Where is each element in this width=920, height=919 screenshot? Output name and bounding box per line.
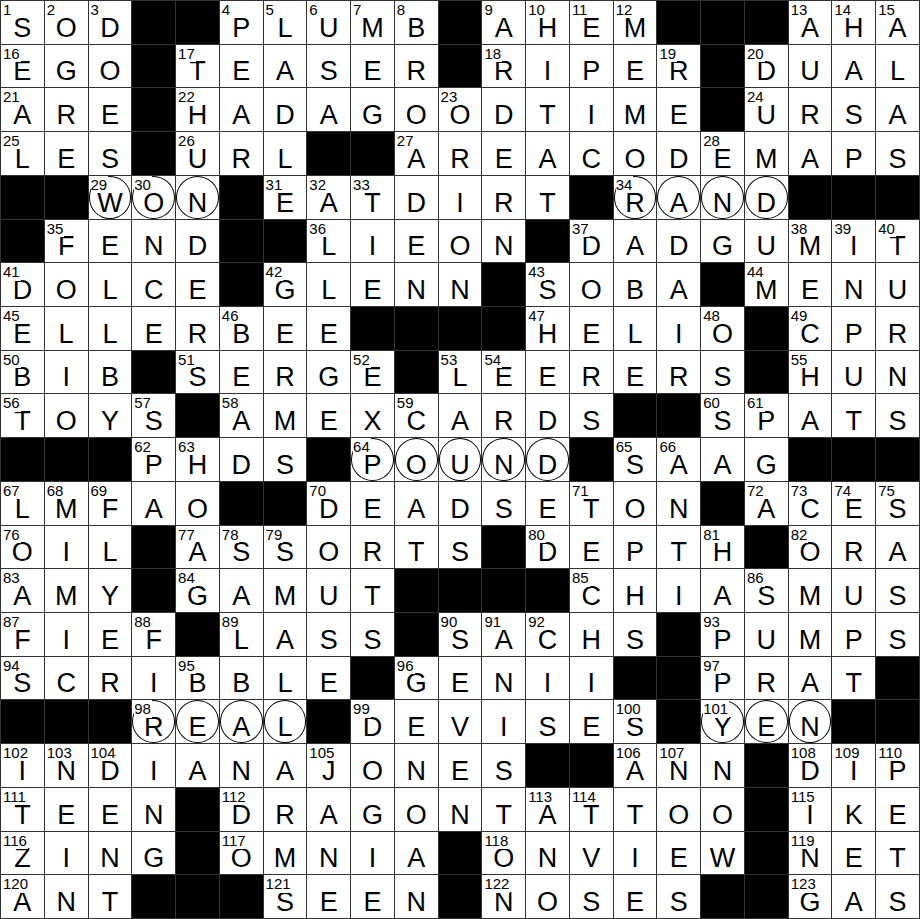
cell-r2c2[interactable]: G bbox=[45, 45, 88, 88]
cell-r10c4[interactable]: 57S bbox=[132, 394, 175, 437]
cell-r9c16[interactable]: R bbox=[657, 351, 700, 394]
cell-r3c1[interactable]: 21A bbox=[1, 88, 44, 131]
cell-r9c5[interactable]: 51S bbox=[176, 351, 219, 394]
cell-r19c1[interactable]: 111T bbox=[1, 788, 44, 831]
cell-r14c15[interactable]: H bbox=[614, 569, 657, 612]
cell-r21c10[interactable]: N bbox=[395, 875, 438, 918]
cell-r10c9[interactable]: X bbox=[351, 394, 394, 437]
cell-r21c13[interactable]: O bbox=[526, 875, 569, 918]
cell-r5c5[interactable]: N bbox=[176, 176, 219, 219]
cell-r20c15[interactable]: I bbox=[614, 832, 657, 875]
cell-r3c9[interactable]: G bbox=[351, 88, 394, 131]
cell-r16c14[interactable]: I bbox=[570, 657, 613, 700]
cell-r3c6[interactable]: A bbox=[220, 88, 263, 131]
cell-r13c19[interactable]: 82O bbox=[789, 526, 832, 569]
cell-r7c21[interactable]: U bbox=[876, 263, 919, 306]
cell-r4c16[interactable]: D bbox=[657, 132, 700, 175]
cell-r8c13[interactable]: 47H bbox=[526, 307, 569, 350]
cell-r13c2[interactable]: I bbox=[45, 526, 88, 569]
cell-r1c10[interactable]: 8B bbox=[395, 1, 438, 44]
cell-r16c2[interactable]: C bbox=[45, 657, 88, 700]
cell-r3c18[interactable]: 24U bbox=[745, 88, 788, 131]
cell-r17c10[interactable]: E bbox=[395, 700, 438, 743]
cell-r7c18[interactable]: 44M bbox=[745, 263, 788, 306]
cell-r19c9[interactable]: G bbox=[351, 788, 394, 831]
cell-r4c7[interactable]: L bbox=[264, 132, 307, 175]
cell-r2c21[interactable]: L bbox=[876, 45, 919, 88]
cell-r1c3[interactable]: 3D bbox=[89, 1, 132, 44]
cell-r12c11[interactable]: D bbox=[439, 482, 482, 525]
cell-r9c7[interactable]: R bbox=[264, 351, 307, 394]
cell-r7c11[interactable]: N bbox=[439, 263, 482, 306]
cell-r6c21[interactable]: 40T bbox=[876, 220, 919, 263]
cell-r5c4[interactable]: 30O bbox=[132, 176, 175, 219]
cell-r19c6[interactable]: 112D bbox=[220, 788, 263, 831]
cell-r13c20[interactable]: R bbox=[832, 526, 875, 569]
cell-r1c14[interactable]: 11E bbox=[570, 1, 613, 44]
cell-r7c9[interactable]: E bbox=[351, 263, 394, 306]
cell-r1c21[interactable]: 15A bbox=[876, 1, 919, 44]
cell-r2c13[interactable]: I bbox=[526, 45, 569, 88]
cell-r15c1[interactable]: 87F bbox=[1, 613, 44, 656]
cell-r7c13[interactable]: 43S bbox=[526, 263, 569, 306]
cell-r12c16[interactable]: N bbox=[657, 482, 700, 525]
cell-r18c21[interactable]: 110P bbox=[876, 744, 919, 787]
cell-r12c12[interactable]: S bbox=[482, 482, 525, 525]
cell-r7c16[interactable]: A bbox=[657, 263, 700, 306]
cell-r9c19[interactable]: 55H bbox=[789, 351, 832, 394]
cell-r15c18[interactable]: U bbox=[745, 613, 788, 656]
cell-r17c6[interactable]: A bbox=[220, 700, 263, 743]
cell-r15c8[interactable]: S bbox=[307, 613, 350, 656]
cell-r19c15[interactable]: T bbox=[614, 788, 657, 831]
cell-r10c11[interactable]: A bbox=[439, 394, 482, 437]
cell-r1c2[interactable]: 2O bbox=[45, 1, 88, 44]
cell-r13c6[interactable]: 78S bbox=[220, 526, 263, 569]
cell-r20c4[interactable]: G bbox=[132, 832, 175, 875]
cell-r13c7[interactable]: 79S bbox=[264, 526, 307, 569]
cell-r10c1[interactable]: 56T bbox=[1, 394, 44, 437]
cell-r10c10[interactable]: 59C bbox=[395, 394, 438, 437]
cell-r5c7[interactable]: 31E bbox=[264, 176, 307, 219]
cell-r3c10[interactable]: O bbox=[395, 88, 438, 131]
cell-r9c9[interactable]: 52E bbox=[351, 351, 394, 394]
cell-r13c8[interactable]: O bbox=[307, 526, 350, 569]
cell-r13c13[interactable]: 80D bbox=[526, 526, 569, 569]
cell-r8c19[interactable]: 49C bbox=[789, 307, 832, 350]
cell-r15c3[interactable]: E bbox=[89, 613, 132, 656]
cell-r14c8[interactable]: U bbox=[307, 569, 350, 612]
cell-r19c10[interactable]: O bbox=[395, 788, 438, 831]
cell-r21c3[interactable]: T bbox=[89, 875, 132, 918]
cell-r15c17[interactable]: 93P bbox=[701, 613, 744, 656]
cell-r2c9[interactable]: E bbox=[351, 45, 394, 88]
cell-r10c17[interactable]: 60S bbox=[701, 394, 744, 437]
cell-r12c15[interactable]: O bbox=[614, 482, 657, 525]
cell-r13c10[interactable]: T bbox=[395, 526, 438, 569]
cell-r15c4[interactable]: 88F bbox=[132, 613, 175, 656]
cell-r13c16[interactable]: T bbox=[657, 526, 700, 569]
cell-r20c20[interactable]: E bbox=[832, 832, 875, 875]
cell-r20c21[interactable]: T bbox=[876, 832, 919, 875]
cell-r12c1[interactable]: 67L bbox=[1, 482, 44, 525]
cell-r4c17[interactable]: 28E bbox=[701, 132, 744, 175]
cell-r9c15[interactable]: E bbox=[614, 351, 657, 394]
cell-r10c19[interactable]: A bbox=[789, 394, 832, 437]
cell-r6c10[interactable]: E bbox=[395, 220, 438, 263]
cell-r7c2[interactable]: O bbox=[45, 263, 88, 306]
cell-r2c10[interactable]: R bbox=[395, 45, 438, 88]
cell-r13c14[interactable]: E bbox=[570, 526, 613, 569]
cell-r5c8[interactable]: 32A bbox=[307, 176, 350, 219]
cell-r1c20[interactable]: 14H bbox=[832, 1, 875, 44]
cell-r20c10[interactable]: A bbox=[395, 832, 438, 875]
cell-r15c6[interactable]: 89L bbox=[220, 613, 263, 656]
cell-r7c15[interactable]: B bbox=[614, 263, 657, 306]
cell-r9c12[interactable]: 54E bbox=[482, 351, 525, 394]
cell-r6c9[interactable]: I bbox=[351, 220, 394, 263]
cell-r20c13[interactable]: N bbox=[526, 832, 569, 875]
cell-r4c10[interactable]: 27A bbox=[395, 132, 438, 175]
cell-r4c14[interactable]: C bbox=[570, 132, 613, 175]
cell-r17c4[interactable]: 98R bbox=[132, 700, 175, 743]
cell-r1c19[interactable]: 13A bbox=[789, 1, 832, 44]
cell-r20c7[interactable]: M bbox=[264, 832, 307, 875]
cell-r9c8[interactable]: G bbox=[307, 351, 350, 394]
cell-r7c8[interactable]: L bbox=[307, 263, 350, 306]
cell-r5c12[interactable]: R bbox=[482, 176, 525, 219]
cell-r3c11[interactable]: 23O bbox=[439, 88, 482, 131]
cell-r15c12[interactable]: 91A bbox=[482, 613, 525, 656]
cell-r16c6[interactable]: B bbox=[220, 657, 263, 700]
cell-r16c5[interactable]: 95B bbox=[176, 657, 219, 700]
cell-r4c13[interactable]: A bbox=[526, 132, 569, 175]
cell-r13c15[interactable]: P bbox=[614, 526, 657, 569]
cell-r13c11[interactable]: S bbox=[439, 526, 482, 569]
cell-r7c5[interactable]: E bbox=[176, 263, 219, 306]
cell-r14c3[interactable]: Y bbox=[89, 569, 132, 612]
cell-r18c8[interactable]: 105J bbox=[307, 744, 350, 787]
cell-r11c11[interactable]: U bbox=[439, 438, 482, 481]
cell-r11c17[interactable]: A bbox=[701, 438, 744, 481]
cell-r19c7[interactable]: R bbox=[264, 788, 307, 831]
cell-r11c13[interactable]: D bbox=[526, 438, 569, 481]
cell-r14c16[interactable]: I bbox=[657, 569, 700, 612]
cell-r8c17[interactable]: 48O bbox=[701, 307, 744, 350]
cell-r14c7[interactable]: M bbox=[264, 569, 307, 612]
cell-r4c20[interactable]: P bbox=[832, 132, 875, 175]
cell-r20c1[interactable]: 116Z bbox=[1, 832, 44, 875]
cell-r4c2[interactable]: E bbox=[45, 132, 88, 175]
cell-r1c15[interactable]: 12M bbox=[614, 1, 657, 44]
cell-r15c21[interactable]: S bbox=[876, 613, 919, 656]
cell-r10c6[interactable]: 58A bbox=[220, 394, 263, 437]
cell-r5c15[interactable]: 34R bbox=[614, 176, 657, 219]
cell-r1c1[interactable]: 1S bbox=[1, 1, 44, 44]
cell-r1c13[interactable]: 10H bbox=[526, 1, 569, 44]
cell-r13c5[interactable]: 77A bbox=[176, 526, 219, 569]
cell-r3c13[interactable]: T bbox=[526, 88, 569, 131]
cell-r3c12[interactable]: D bbox=[482, 88, 525, 131]
cell-r12c5[interactable]: O bbox=[176, 482, 219, 525]
cell-r17c13[interactable]: S bbox=[526, 700, 569, 743]
cell-r21c12[interactable]: 122N bbox=[482, 875, 525, 918]
cell-r8c3[interactable]: L bbox=[89, 307, 132, 350]
cell-r13c3[interactable]: L bbox=[89, 526, 132, 569]
cell-r19c3[interactable]: E bbox=[89, 788, 132, 831]
cell-r17c5[interactable]: E bbox=[176, 700, 219, 743]
cell-r3c16[interactable]: E bbox=[657, 88, 700, 131]
cell-r3c14[interactable]: I bbox=[570, 88, 613, 131]
cell-r8c5[interactable]: R bbox=[176, 307, 219, 350]
cell-r6c3[interactable]: E bbox=[89, 220, 132, 263]
cell-r8c14[interactable]: E bbox=[570, 307, 613, 350]
cell-r13c1[interactable]: 76O bbox=[1, 526, 44, 569]
cell-r19c14[interactable]: 114T bbox=[570, 788, 613, 831]
cell-r10c2[interactable]: O bbox=[45, 394, 88, 437]
cell-r12c13[interactable]: E bbox=[526, 482, 569, 525]
cell-r16c19[interactable]: A bbox=[789, 657, 832, 700]
cell-r13c9[interactable]: R bbox=[351, 526, 394, 569]
cell-r9c21[interactable]: N bbox=[876, 351, 919, 394]
cell-r16c7[interactable]: L bbox=[264, 657, 307, 700]
cell-r10c18[interactable]: 61P bbox=[745, 394, 788, 437]
cell-r17c18[interactable]: E bbox=[745, 700, 788, 743]
cell-r18c6[interactable]: N bbox=[220, 744, 263, 787]
cell-r4c19[interactable]: A bbox=[789, 132, 832, 175]
cell-r15c14[interactable]: H bbox=[570, 613, 613, 656]
cell-r8c8[interactable]: E bbox=[307, 307, 350, 350]
cell-r21c7[interactable]: 121S bbox=[264, 875, 307, 918]
cell-r19c13[interactable]: 113A bbox=[526, 788, 569, 831]
cell-r16c3[interactable]: R bbox=[89, 657, 132, 700]
cell-r9c2[interactable]: I bbox=[45, 351, 88, 394]
cell-r21c21[interactable]: S bbox=[876, 875, 919, 918]
cell-r21c15[interactable]: E bbox=[614, 875, 657, 918]
cell-r4c6[interactable]: R bbox=[220, 132, 263, 175]
cell-r8c6[interactable]: 46B bbox=[220, 307, 263, 350]
cell-r4c21[interactable]: S bbox=[876, 132, 919, 175]
cell-r2c15[interactable]: E bbox=[614, 45, 657, 88]
cell-r11c18[interactable]: G bbox=[745, 438, 788, 481]
cell-r15c13[interactable]: 92C bbox=[526, 613, 569, 656]
cell-r5c13[interactable]: T bbox=[526, 176, 569, 219]
cell-r1c7[interactable]: 5L bbox=[264, 1, 307, 44]
cell-r2c20[interactable]: A bbox=[832, 45, 875, 88]
cell-r6c12[interactable]: N bbox=[482, 220, 525, 263]
cell-r14c1[interactable]: 83A bbox=[1, 569, 44, 612]
cell-r3c19[interactable]: R bbox=[789, 88, 832, 131]
cell-r12c3[interactable]: 69F bbox=[89, 482, 132, 525]
cell-r18c5[interactable]: A bbox=[176, 744, 219, 787]
cell-r5c17[interactable]: N bbox=[701, 176, 744, 219]
cell-r12c4[interactable]: A bbox=[132, 482, 175, 525]
cell-r11c6[interactable]: D bbox=[220, 438, 263, 481]
cell-r5c18[interactable]: D bbox=[745, 176, 788, 219]
cell-r8c7[interactable]: E bbox=[264, 307, 307, 350]
cell-r15c11[interactable]: 90S bbox=[439, 613, 482, 656]
cell-r7c14[interactable]: O bbox=[570, 263, 613, 306]
cell-r2c14[interactable]: P bbox=[570, 45, 613, 88]
cell-r20c9[interactable]: I bbox=[351, 832, 394, 875]
cell-r6c18[interactable]: U bbox=[745, 220, 788, 263]
cell-r8c1[interactable]: 45E bbox=[1, 307, 44, 350]
cell-r18c2[interactable]: 103N bbox=[45, 744, 88, 787]
cell-r20c12[interactable]: 118O bbox=[482, 832, 525, 875]
cell-r12c9[interactable]: E bbox=[351, 482, 394, 525]
cell-r21c1[interactable]: 120A bbox=[1, 875, 44, 918]
cell-r12c14[interactable]: 71T bbox=[570, 482, 613, 525]
cell-r12c19[interactable]: 73C bbox=[789, 482, 832, 525]
cell-r6c16[interactable]: D bbox=[657, 220, 700, 263]
cell-r18c20[interactable]: 109I bbox=[832, 744, 875, 787]
cell-r5c9[interactable]: 33T bbox=[351, 176, 394, 219]
cell-r20c2[interactable]: I bbox=[45, 832, 88, 875]
cell-r3c15[interactable]: M bbox=[614, 88, 657, 131]
cell-r4c15[interactable]: O bbox=[614, 132, 657, 175]
cell-r19c21[interactable]: E bbox=[876, 788, 919, 831]
cell-r5c11[interactable]: I bbox=[439, 176, 482, 219]
cell-r21c2[interactable]: N bbox=[45, 875, 88, 918]
cell-r3c21[interactable]: A bbox=[876, 88, 919, 131]
cell-r12c20[interactable]: 74E bbox=[832, 482, 875, 525]
cell-r5c16[interactable]: A bbox=[657, 176, 700, 219]
cell-r6c8[interactable]: 36L bbox=[307, 220, 350, 263]
cell-r6c5[interactable]: D bbox=[176, 220, 219, 263]
cell-r15c7[interactable]: A bbox=[264, 613, 307, 656]
cell-r8c20[interactable]: P bbox=[832, 307, 875, 350]
cell-r6c20[interactable]: 39I bbox=[832, 220, 875, 263]
cell-r20c14[interactable]: V bbox=[570, 832, 613, 875]
cell-r11c15[interactable]: 65S bbox=[614, 438, 657, 481]
cell-r14c18[interactable]: 86S bbox=[745, 569, 788, 612]
cell-r4c12[interactable]: E bbox=[482, 132, 525, 175]
cell-r2c7[interactable]: A bbox=[264, 45, 307, 88]
cell-r19c8[interactable]: A bbox=[307, 788, 350, 831]
cell-r16c18[interactable]: R bbox=[745, 657, 788, 700]
cell-r9c1[interactable]: 50B bbox=[1, 351, 44, 394]
cell-r16c11[interactable]: E bbox=[439, 657, 482, 700]
cell-r12c10[interactable]: A bbox=[395, 482, 438, 525]
cell-r15c20[interactable]: P bbox=[832, 613, 875, 656]
cell-r17c12[interactable]: I bbox=[482, 700, 525, 743]
cell-r18c15[interactable]: 106A bbox=[614, 744, 657, 787]
cell-r18c4[interactable]: I bbox=[132, 744, 175, 787]
cell-r10c14[interactable]: S bbox=[570, 394, 613, 437]
cell-r9c14[interactable]: R bbox=[570, 351, 613, 394]
cell-r10c8[interactable]: E bbox=[307, 394, 350, 437]
cell-r18c11[interactable]: E bbox=[439, 744, 482, 787]
cell-r16c4[interactable]: I bbox=[132, 657, 175, 700]
cell-r17c11[interactable]: V bbox=[439, 700, 482, 743]
cell-r16c17[interactable]: 97P bbox=[701, 657, 744, 700]
cell-r9c17[interactable]: S bbox=[701, 351, 744, 394]
cell-r11c12[interactable]: N bbox=[482, 438, 525, 481]
cell-r11c10[interactable]: O bbox=[395, 438, 438, 481]
cell-r21c9[interactable]: E bbox=[351, 875, 394, 918]
cell-r6c14[interactable]: 37D bbox=[570, 220, 613, 263]
cell-r7c7[interactable]: 42G bbox=[264, 263, 307, 306]
cell-r6c4[interactable]: N bbox=[132, 220, 175, 263]
cell-r6c2[interactable]: 35F bbox=[45, 220, 88, 263]
cell-r18c16[interactable]: 107N bbox=[657, 744, 700, 787]
cell-r1c9[interactable]: 7M bbox=[351, 1, 394, 44]
cell-r11c4[interactable]: 62P bbox=[132, 438, 175, 481]
cell-r9c3[interactable]: B bbox=[89, 351, 132, 394]
cell-r18c3[interactable]: 104D bbox=[89, 744, 132, 787]
cell-r3c7[interactable]: D bbox=[264, 88, 307, 131]
cell-r14c6[interactable]: A bbox=[220, 569, 263, 612]
cell-r14c20[interactable]: U bbox=[832, 569, 875, 612]
cell-r7c1[interactable]: 41D bbox=[1, 263, 44, 306]
cell-r2c6[interactable]: E bbox=[220, 45, 263, 88]
cell-r8c21[interactable]: R bbox=[876, 307, 919, 350]
cell-r7c10[interactable]: N bbox=[395, 263, 438, 306]
cell-r15c19[interactable]: M bbox=[789, 613, 832, 656]
cell-r10c21[interactable]: S bbox=[876, 394, 919, 437]
cell-r1c8[interactable]: 6U bbox=[307, 1, 350, 44]
cell-r17c17[interactable]: 101Y bbox=[701, 700, 744, 743]
cell-r21c8[interactable]: E bbox=[307, 875, 350, 918]
cell-r19c4[interactable]: N bbox=[132, 788, 175, 831]
cell-r2c16[interactable]: 19R bbox=[657, 45, 700, 88]
cell-r16c10[interactable]: 96G bbox=[395, 657, 438, 700]
cell-r14c14[interactable]: 85C bbox=[570, 569, 613, 612]
cell-r14c21[interactable]: S bbox=[876, 569, 919, 612]
cell-r19c12[interactable]: T bbox=[482, 788, 525, 831]
cell-r4c1[interactable]: 25L bbox=[1, 132, 44, 175]
cell-r19c16[interactable]: O bbox=[657, 788, 700, 831]
cell-r17c19[interactable]: N bbox=[789, 700, 832, 743]
cell-r18c9[interactable]: O bbox=[351, 744, 394, 787]
cell-r7c19[interactable]: E bbox=[789, 263, 832, 306]
cell-r12c21[interactable]: 75S bbox=[876, 482, 919, 525]
cell-r6c15[interactable]: A bbox=[614, 220, 657, 263]
cell-r21c16[interactable]: S bbox=[657, 875, 700, 918]
cell-r14c17[interactable]: A bbox=[701, 569, 744, 612]
cell-r3c20[interactable]: S bbox=[832, 88, 875, 131]
cell-r11c9[interactable]: 64P bbox=[351, 438, 394, 481]
cell-r10c3[interactable]: Y bbox=[89, 394, 132, 437]
cell-r4c5[interactable]: 26U bbox=[176, 132, 219, 175]
cell-r3c8[interactable]: A bbox=[307, 88, 350, 131]
cell-r20c16[interactable]: E bbox=[657, 832, 700, 875]
cell-r18c19[interactable]: 108D bbox=[789, 744, 832, 787]
cell-r19c20[interactable]: K bbox=[832, 788, 875, 831]
cell-r5c10[interactable]: D bbox=[395, 176, 438, 219]
cell-r16c8[interactable]: E bbox=[307, 657, 350, 700]
cell-r6c11[interactable]: O bbox=[439, 220, 482, 263]
cell-r15c9[interactable]: S bbox=[351, 613, 394, 656]
cell-r17c14[interactable]: E bbox=[570, 700, 613, 743]
cell-r10c20[interactable]: T bbox=[832, 394, 875, 437]
cell-r16c13[interactable]: I bbox=[526, 657, 569, 700]
cell-r12c8[interactable]: 70D bbox=[307, 482, 350, 525]
cell-r8c2[interactable]: L bbox=[45, 307, 88, 350]
cell-r17c9[interactable]: 99D bbox=[351, 700, 394, 743]
cell-r6c19[interactable]: 38M bbox=[789, 220, 832, 263]
cell-r15c15[interactable]: S bbox=[614, 613, 657, 656]
cell-r11c16[interactable]: 66A bbox=[657, 438, 700, 481]
cell-r10c13[interactable]: D bbox=[526, 394, 569, 437]
cell-r18c10[interactable]: N bbox=[395, 744, 438, 787]
cell-r11c7[interactable]: S bbox=[264, 438, 307, 481]
cell-r10c12[interactable]: R bbox=[482, 394, 525, 437]
cell-r3c3[interactable]: E bbox=[89, 88, 132, 131]
cell-r19c17[interactable]: O bbox=[701, 788, 744, 831]
cell-r2c19[interactable]: U bbox=[789, 45, 832, 88]
cell-r13c17[interactable]: 81H bbox=[701, 526, 744, 569]
